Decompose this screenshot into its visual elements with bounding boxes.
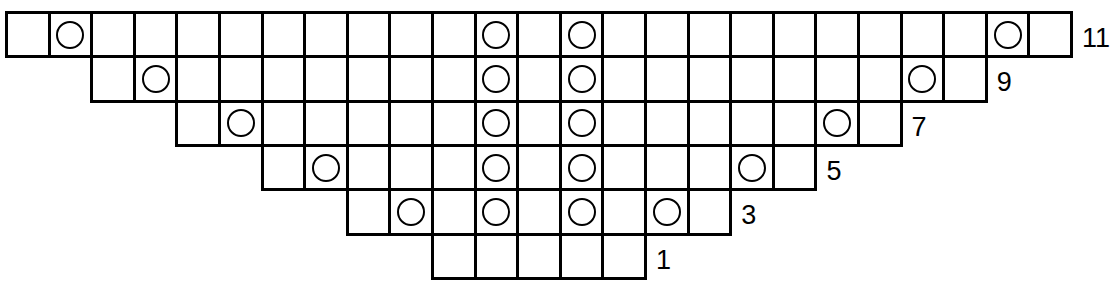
chart-cell <box>474 144 520 191</box>
chart-cell <box>474 188 520 235</box>
yarn-over-icon <box>568 65 596 93</box>
chart-cell <box>516 11 562 58</box>
chart-cell <box>5 11 51 58</box>
chart-cell <box>218 11 264 58</box>
chart-cell <box>601 233 647 280</box>
chart-cell <box>346 11 392 58</box>
chart-cell <box>431 188 477 235</box>
chart-cell <box>644 100 690 147</box>
chart-cell <box>814 55 860 102</box>
chart-cell <box>431 100 477 147</box>
row-number-label: 3 <box>741 202 756 229</box>
chart-cell <box>261 11 307 58</box>
chart-cell <box>90 55 136 102</box>
chart-cell <box>303 55 349 102</box>
chart-cell <box>431 144 477 191</box>
chart-cell <box>1027 11 1073 58</box>
chart-cell <box>474 11 520 58</box>
chart-cell <box>48 11 94 58</box>
row-number-label: 1 <box>656 247 671 274</box>
chart-cell <box>729 11 775 58</box>
row-number-label: 7 <box>912 114 927 141</box>
chart-cell <box>474 233 520 280</box>
chart-cell <box>687 11 733 58</box>
chart-cell <box>772 100 818 147</box>
chart-cell <box>942 11 988 58</box>
chart-cell <box>303 100 349 147</box>
chart-cell <box>346 144 392 191</box>
chart-cell <box>900 11 946 58</box>
chart-cell <box>559 144 605 191</box>
chart-cell <box>261 144 307 191</box>
chart-cell <box>346 188 392 235</box>
chart-cell <box>644 144 690 191</box>
chart-cell <box>516 144 562 191</box>
chart-cell <box>900 55 946 102</box>
chart-cell <box>687 100 733 147</box>
chart-cell <box>729 144 775 191</box>
chart-cell <box>729 55 775 102</box>
chart-cell <box>431 233 477 280</box>
chart-cell <box>687 55 733 102</box>
yarn-over-icon <box>568 109 596 137</box>
chart-cell <box>644 55 690 102</box>
chart-cell <box>772 55 818 102</box>
yarn-over-icon <box>227 109 255 137</box>
chart-cell <box>601 188 647 235</box>
yarn-over-icon <box>397 198 425 226</box>
chart-cell <box>814 100 860 147</box>
chart-cell <box>388 188 434 235</box>
chart-cell <box>772 144 818 191</box>
chart-cell <box>814 11 860 58</box>
row-number-label: 9 <box>997 69 1012 96</box>
chart-cell <box>942 55 988 102</box>
chart-cell <box>559 100 605 147</box>
chart-cell <box>516 233 562 280</box>
row-number-label: 11 <box>1082 25 1110 52</box>
chart-cell <box>261 100 307 147</box>
knitting-chart: 1197531 <box>0 0 1113 288</box>
chart-cell <box>985 11 1031 58</box>
chart-cell <box>90 11 136 58</box>
chart-cell <box>303 144 349 191</box>
yarn-over-icon <box>568 198 596 226</box>
chart-cell <box>516 55 562 102</box>
chart-cell <box>474 100 520 147</box>
yarn-over-icon <box>823 109 851 137</box>
chart-cell <box>431 11 477 58</box>
chart-cell <box>218 55 264 102</box>
chart-cell <box>388 55 434 102</box>
chart-cell <box>687 144 733 191</box>
chart-cell <box>346 55 392 102</box>
chart-cell <box>559 55 605 102</box>
chart-cell <box>303 11 349 58</box>
chart-cell <box>601 11 647 58</box>
yarn-over-icon <box>653 198 681 226</box>
chart-cell <box>346 100 392 147</box>
yarn-over-icon <box>738 154 766 182</box>
chart-cell <box>388 100 434 147</box>
chart-cell <box>559 188 605 235</box>
yarn-over-icon <box>482 198 510 226</box>
chart-cell <box>133 55 179 102</box>
chart-cell <box>516 100 562 147</box>
chart-cell <box>474 55 520 102</box>
yarn-over-icon <box>908 65 936 93</box>
chart-cell <box>857 100 903 147</box>
chart-cell <box>601 100 647 147</box>
yarn-over-icon <box>568 21 596 49</box>
yarn-over-icon <box>482 154 510 182</box>
chart-cell <box>857 11 903 58</box>
row-number-label: 5 <box>826 158 841 185</box>
chart-cell <box>601 144 647 191</box>
chart-cell <box>772 11 818 58</box>
chart-cell <box>857 55 903 102</box>
chart-cell <box>175 11 221 58</box>
chart-cell <box>261 55 307 102</box>
chart-cell <box>559 11 605 58</box>
yarn-over-icon <box>568 154 596 182</box>
yarn-over-icon <box>142 65 170 93</box>
chart-cell <box>559 233 605 280</box>
yarn-over-icon <box>312 154 340 182</box>
yarn-over-icon <box>56 21 84 49</box>
chart-cell <box>175 55 221 102</box>
chart-cell <box>388 11 434 58</box>
chart-cell <box>431 55 477 102</box>
chart-cell <box>687 188 733 235</box>
yarn-over-icon <box>482 109 510 137</box>
chart-cell <box>388 144 434 191</box>
chart-cell <box>175 100 221 147</box>
chart-cell <box>729 100 775 147</box>
chart-cell <box>601 55 647 102</box>
yarn-over-icon <box>482 65 510 93</box>
chart-cell <box>218 100 264 147</box>
chart-cell <box>133 11 179 58</box>
chart-cell <box>516 188 562 235</box>
chart-cell <box>644 11 690 58</box>
yarn-over-icon <box>482 21 510 49</box>
chart-cell <box>644 188 690 235</box>
yarn-over-icon <box>994 21 1022 49</box>
